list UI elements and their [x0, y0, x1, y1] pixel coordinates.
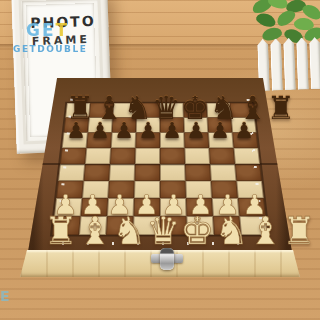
square-e7 [160, 117, 184, 132]
square-c5 [110, 148, 135, 164]
square-d6 [135, 132, 160, 148]
square-c8 [113, 103, 137, 117]
square-c3 [108, 181, 134, 198]
square-b8 [89, 103, 113, 117]
square-g5 [209, 148, 235, 164]
square-c6 [111, 132, 136, 148]
watermark-logo-yellow: T [56, 20, 70, 40]
fence-slat [283, 38, 296, 90]
fence-slat [270, 38, 283, 90]
square-b6 [86, 132, 111, 148]
square-f2 [186, 198, 213, 216]
square-d8 [136, 103, 160, 117]
square-g4 [210, 164, 236, 181]
square-b3 [82, 181, 109, 198]
square-b2 [81, 198, 108, 216]
square-d4 [135, 164, 160, 181]
watermark-logo: GET [26, 20, 69, 40]
square-e6 [160, 132, 185, 148]
chess-board-squares [52, 103, 268, 235]
square-g6 [208, 132, 233, 148]
watermark-text: GETDOUBLE [13, 44, 87, 54]
square-f7 [184, 117, 209, 132]
square-b4 [84, 164, 110, 181]
square-e4 [160, 164, 185, 181]
square-g8 [207, 103, 231, 117]
square-g1 [213, 216, 241, 235]
square-d2 [134, 198, 160, 216]
leaf [255, 11, 278, 29]
fence-slat [309, 37, 320, 89]
square-g2 [212, 198, 239, 216]
clasp-knob [160, 248, 174, 270]
square-d1 [133, 216, 160, 235]
product-photo-scene: PHOTO FRAME ♜♝♞♛♚♞♝♜♟♟♟♟♟♟♟♟♟♟♟♟♟♟ [0, 0, 320, 320]
square-d3 [134, 181, 160, 198]
square-c2 [107, 198, 134, 216]
border-pins-bottom [62, 242, 258, 245]
watermark-corner-fragment: E [0, 288, 10, 304]
square-f6 [184, 132, 209, 148]
clasp-latch [149, 246, 185, 273]
square-f4 [185, 164, 211, 181]
square-d5 [135, 148, 160, 164]
square-e5 [160, 148, 185, 164]
square-b7 [88, 117, 113, 132]
square-f5 [185, 148, 210, 164]
square-g7 [207, 117, 232, 132]
fence-slat [296, 37, 309, 89]
square-c1 [106, 216, 134, 235]
square-e8 [160, 103, 184, 117]
square-e1 [160, 216, 187, 235]
watermark-logo-blue: GE [26, 20, 56, 40]
square-b1 [79, 216, 107, 235]
square-f8 [183, 103, 207, 117]
square-f1 [186, 216, 214, 235]
square-e2 [160, 198, 186, 216]
square-e3 [160, 181, 186, 198]
square-f3 [185, 181, 211, 198]
chess-board [52, 103, 268, 235]
square-d7 [136, 117, 160, 132]
square-c4 [109, 164, 135, 181]
square-c7 [112, 117, 137, 132]
square-b5 [85, 148, 111, 164]
square-g3 [211, 181, 238, 198]
picket-fence-planter [257, 37, 320, 91]
